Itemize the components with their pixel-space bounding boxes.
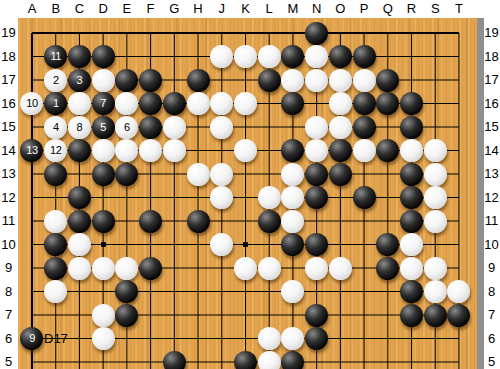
row-label-right-8: 8 xyxy=(483,284,500,300)
stone-white-M6 xyxy=(281,327,304,350)
stone-black-O13 xyxy=(329,163,352,186)
stone-black-D11 xyxy=(92,210,115,233)
stone-white-T8 xyxy=(447,280,470,303)
stone-black-R8 xyxy=(400,280,423,303)
stone-black-Q16 xyxy=(376,92,399,115)
stone-black-F17 xyxy=(139,69,162,92)
move-number-5: 5 xyxy=(100,122,106,133)
stone-black-C18 xyxy=(68,45,91,68)
row-label-right-5: 5 xyxy=(483,354,500,369)
row-label-left-11: 11 xyxy=(0,213,17,229)
stone-black-A14: 13 xyxy=(20,139,43,162)
stone-white-S12 xyxy=(424,186,447,209)
stone-black-H17 xyxy=(187,69,210,92)
stone-black-L11 xyxy=(258,210,281,233)
move-number-12: 12 xyxy=(50,145,61,156)
col-label-L: L xyxy=(261,1,277,17)
col-label-J: J xyxy=(214,1,230,17)
stone-black-M14 xyxy=(281,139,304,162)
stone-white-G15 xyxy=(163,116,186,139)
row-label-right-17: 17 xyxy=(483,72,500,88)
col-label-N: N xyxy=(309,1,325,17)
move-number-3: 3 xyxy=(77,75,83,86)
stone-white-D9 xyxy=(92,257,115,280)
move-number-8: 8 xyxy=(77,122,83,133)
row-label-left-7: 7 xyxy=(0,307,17,323)
stone-white-P14 xyxy=(353,139,376,162)
row-label-left-9: 9 xyxy=(0,260,17,276)
row-label-left-16: 16 xyxy=(0,96,17,112)
row-label-right-18: 18 xyxy=(483,49,500,65)
move-number-4: 4 xyxy=(53,122,59,133)
col-label-K: K xyxy=(237,1,253,17)
stone-white-K9 xyxy=(234,257,257,280)
stone-white-K16 xyxy=(234,92,257,115)
stone-black-Q14 xyxy=(376,139,399,162)
stone-black-E17 xyxy=(115,69,138,92)
row-label-left-15: 15 xyxy=(0,119,17,135)
stone-black-C14 xyxy=(68,139,91,162)
stone-white-B14: 12 xyxy=(44,139,67,162)
move-number-9: 9 xyxy=(29,333,35,344)
stone-white-B11 xyxy=(44,210,67,233)
stone-white-B8 xyxy=(44,280,67,303)
stone-black-B18: 11 xyxy=(44,45,67,68)
stone-black-C11 xyxy=(68,210,91,233)
stone-black-Q17 xyxy=(376,69,399,92)
col-label-M: M xyxy=(285,1,301,17)
col-label-A: A xyxy=(24,1,40,17)
stone-black-Q10 xyxy=(376,233,399,256)
stone-white-H13 xyxy=(187,163,210,186)
stone-black-E13 xyxy=(115,163,138,186)
stone-white-B17: 2 xyxy=(44,69,67,92)
col-label-G: G xyxy=(166,1,182,17)
col-label-R: R xyxy=(404,1,420,17)
stone-white-E15: 6 xyxy=(115,116,138,139)
stone-white-F14 xyxy=(139,139,162,162)
row-label-right-15: 15 xyxy=(483,119,500,135)
stone-white-L6 xyxy=(258,327,281,350)
move-number-13: 13 xyxy=(26,145,37,156)
col-label-S: S xyxy=(427,1,443,17)
stone-black-C12 xyxy=(68,186,91,209)
stone-white-M13 xyxy=(281,163,304,186)
stone-black-G5 xyxy=(163,351,186,369)
stone-black-F16 xyxy=(139,92,162,115)
stone-white-J15 xyxy=(210,116,233,139)
stone-black-O14 xyxy=(329,139,352,162)
stone-white-C9 xyxy=(68,257,91,280)
stone-white-M11 xyxy=(281,210,304,233)
col-label-E: E xyxy=(119,1,135,17)
stone-white-J18 xyxy=(210,45,233,68)
row-label-right-9: 9 xyxy=(483,260,500,276)
stone-black-B13 xyxy=(44,163,67,186)
move-number-7: 7 xyxy=(100,98,106,109)
row-label-left-10: 10 xyxy=(0,237,17,253)
stone-white-J16 xyxy=(210,92,233,115)
stone-white-K18 xyxy=(234,45,257,68)
stone-black-F15 xyxy=(139,116,162,139)
stone-white-J12 xyxy=(210,186,233,209)
stone-white-M17 xyxy=(281,69,304,92)
stone-black-B10 xyxy=(44,233,67,256)
row-label-left-18: 18 xyxy=(0,49,17,65)
stone-white-L5 xyxy=(258,351,281,369)
stone-black-M5 xyxy=(281,351,304,369)
col-label-H: H xyxy=(190,1,206,17)
row-label-right-13: 13 xyxy=(483,166,500,182)
stone-white-G14 xyxy=(163,139,186,162)
stone-white-O15 xyxy=(329,116,352,139)
stone-black-O18 xyxy=(329,45,352,68)
stone-white-L18 xyxy=(258,45,281,68)
stone-black-H11 xyxy=(187,210,210,233)
move-number-2: 2 xyxy=(53,75,59,86)
stone-white-O17 xyxy=(329,69,352,92)
row-label-left-8: 8 xyxy=(0,284,17,300)
stone-white-P17 xyxy=(353,69,376,92)
move-number-1: 1 xyxy=(53,98,59,109)
stone-black-M16 xyxy=(281,92,304,115)
row-label-left-5: 5 xyxy=(0,354,17,369)
stone-white-C15: 8 xyxy=(68,116,91,139)
stone-black-C17: 3 xyxy=(68,69,91,92)
row-label-left-6: 6 xyxy=(0,331,17,347)
stone-black-R16 xyxy=(400,92,423,115)
row-label-right-16: 16 xyxy=(483,96,500,112)
col-label-T: T xyxy=(451,1,467,17)
stone-white-N18 xyxy=(305,45,328,68)
stone-white-R14 xyxy=(400,139,423,162)
stone-black-K5 xyxy=(234,351,257,369)
stone-black-P15 xyxy=(353,116,376,139)
stone-white-N17 xyxy=(305,69,328,92)
stone-black-P18 xyxy=(353,45,376,68)
stone-black-G16 xyxy=(163,92,186,115)
stone-white-D17 xyxy=(92,69,115,92)
stone-black-S7 xyxy=(424,304,447,327)
stone-white-S13 xyxy=(424,163,447,186)
stone-black-D15: 5 xyxy=(92,116,115,139)
col-label-D: D xyxy=(95,1,111,17)
go-board-screen: 11231017485613129 ABCDEFGHJKLMNOPQRST191… xyxy=(0,0,500,369)
row-label-left-17: 17 xyxy=(0,72,17,88)
star-point-D10 xyxy=(101,242,106,247)
stone-black-R13 xyxy=(400,163,423,186)
stone-black-N7 xyxy=(305,304,328,327)
stone-white-B15: 4 xyxy=(44,116,67,139)
stone-black-M10 xyxy=(281,233,304,256)
stone-white-O9 xyxy=(329,257,352,280)
stone-white-S8 xyxy=(424,280,447,303)
stone-white-O16 xyxy=(329,92,352,115)
stone-black-R15 xyxy=(400,116,423,139)
stone-black-R12 xyxy=(400,186,423,209)
stone-black-D16: 7 xyxy=(92,92,115,115)
stone-white-L9 xyxy=(258,257,281,280)
stone-black-F11 xyxy=(139,210,162,233)
stone-black-N12 xyxy=(305,186,328,209)
col-label-B: B xyxy=(48,1,64,17)
stone-black-P16 xyxy=(353,92,376,115)
row-label-left-13: 13 xyxy=(0,166,17,182)
stone-white-K14 xyxy=(234,139,257,162)
col-label-Q: Q xyxy=(380,1,396,17)
row-label-left-12: 12 xyxy=(0,190,17,206)
stone-white-D14 xyxy=(92,139,115,162)
row-label-right-11: 11 xyxy=(483,213,500,229)
stone-black-F9 xyxy=(139,257,162,280)
stone-black-E8 xyxy=(115,280,138,303)
row-label-left-14: 14 xyxy=(0,143,17,159)
star-point-K10 xyxy=(243,242,248,247)
stone-black-N10 xyxy=(305,233,328,256)
stone-white-M8 xyxy=(281,280,304,303)
stone-white-E16 xyxy=(115,92,138,115)
stone-white-J13 xyxy=(210,163,233,186)
stone-black-D13 xyxy=(92,163,115,186)
stone-white-N9 xyxy=(305,257,328,280)
stone-white-S11 xyxy=(424,210,447,233)
stone-white-N15 xyxy=(305,116,328,139)
row-label-right-12: 12 xyxy=(483,190,500,206)
move-number-6: 6 xyxy=(124,122,130,133)
stone-white-D6 xyxy=(92,327,115,350)
stone-black-Q9 xyxy=(376,257,399,280)
stone-black-P12 xyxy=(353,186,376,209)
row-label-right-19: 19 xyxy=(483,25,500,41)
stone-white-E14 xyxy=(115,139,138,162)
stone-black-N13 xyxy=(305,163,328,186)
stone-white-S14 xyxy=(424,139,447,162)
stones-grid: 11231017485613129 xyxy=(20,21,471,369)
stone-white-C10 xyxy=(68,233,91,256)
move-number-11: 11 xyxy=(50,51,60,62)
col-label-C: C xyxy=(71,1,87,17)
move-note-text: D17 xyxy=(44,331,68,346)
stone-black-B16: 1 xyxy=(44,92,67,115)
col-label-F: F xyxy=(143,1,159,17)
stone-white-R10 xyxy=(400,233,423,256)
stone-black-B9 xyxy=(44,257,67,280)
stone-white-C16 xyxy=(68,92,91,115)
row-label-right-7: 7 xyxy=(483,307,500,323)
stone-black-E7 xyxy=(115,304,138,327)
stone-white-D7 xyxy=(92,304,115,327)
stone-black-M18 xyxy=(281,45,304,68)
stone-white-A16: 10 xyxy=(20,92,43,115)
stone-black-A6: 9 xyxy=(20,327,43,350)
col-label-O: O xyxy=(332,1,348,17)
stone-white-M12 xyxy=(281,186,304,209)
stone-white-S9 xyxy=(424,257,447,280)
stone-white-J10 xyxy=(210,233,233,256)
stone-white-N14 xyxy=(305,139,328,162)
row-label-right-6: 6 xyxy=(483,331,500,347)
row-label-right-10: 10 xyxy=(483,237,500,253)
row-label-left-19: 19 xyxy=(0,25,17,41)
stone-white-H16 xyxy=(187,92,210,115)
stone-black-T7 xyxy=(447,304,470,327)
stone-black-D18 xyxy=(92,45,115,68)
stone-white-R9 xyxy=(400,257,423,280)
col-label-P: P xyxy=(356,1,372,17)
move-number-10: 10 xyxy=(26,98,37,109)
stone-white-L12 xyxy=(258,186,281,209)
stone-black-R7 xyxy=(400,304,423,327)
stone-black-N6 xyxy=(305,327,328,350)
stone-black-N19 xyxy=(305,22,328,45)
stone-black-L17 xyxy=(258,69,281,92)
row-label-right-14: 14 xyxy=(483,143,500,159)
stone-white-E9 xyxy=(115,257,138,280)
stone-black-R11 xyxy=(400,210,423,233)
